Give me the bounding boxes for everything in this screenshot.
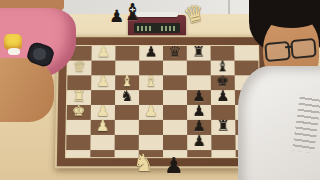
board-square — [211, 46, 235, 61]
white-pawn-piece: ♟ — [96, 74, 110, 89]
left-player-arm — [0, 58, 54, 122]
board-inner-line: ♟♟♛♜♛♝♟♝♝♚♜♞♟♟♚♟♟♟♟♟♜♟ — [65, 45, 261, 158]
black-pawn-piece: ♟ — [192, 89, 206, 104]
board-square: ♜ — [67, 90, 91, 105]
board-square — [163, 61, 187, 76]
board-square — [66, 150, 90, 157]
shirt-logo-text — [8, 48, 20, 55]
captured-black-bishop: ♝ — [122, 1, 143, 24]
black-bishop-piece: ♝ — [216, 60, 230, 75]
board-square — [163, 75, 187, 90]
black-rook-piece: ♜ — [192, 45, 205, 60]
board-square — [163, 105, 187, 120]
black-pawn-piece: ♟ — [192, 104, 206, 119]
board-square: ♟ — [187, 120, 211, 135]
white-rook-piece: ♜ — [72, 89, 86, 104]
white-queen-piece: ♛ — [73, 60, 87, 75]
board-square: ♟ — [187, 105, 211, 120]
board-square — [115, 135, 139, 150]
board-square: ♟ — [139, 105, 163, 120]
black-pawn-piece: ♟ — [216, 89, 230, 104]
board-square: ♟ — [91, 120, 115, 135]
white-pawn-piece: ♟ — [97, 45, 110, 60]
board-square: ♝ — [115, 75, 139, 90]
board-square — [67, 75, 91, 90]
captured-white-knight: ♞ — [133, 151, 155, 175]
board-square — [211, 105, 235, 120]
board-square — [90, 150, 114, 157]
board-square: ♟ — [91, 75, 115, 90]
board-square — [139, 61, 163, 76]
board-square: ♟ — [91, 105, 115, 120]
white-king-piece: ♚ — [72, 104, 86, 119]
board-square: ♟ — [187, 135, 211, 150]
board-square — [66, 120, 90, 135]
board-square: ♞ — [115, 90, 139, 105]
black-pawn-piece: ♟ — [144, 45, 157, 60]
board-square: ♝ — [211, 61, 235, 76]
black-queen-piece: ♛ — [168, 45, 181, 60]
glasses-left-lens — [264, 41, 291, 62]
black-rook-piece: ♜ — [216, 119, 230, 134]
white-pawn-piece: ♟ — [144, 104, 158, 119]
board-square: ♟ — [139, 46, 163, 61]
white-pawn-piece: ♟ — [96, 119, 110, 134]
board-square — [66, 135, 90, 150]
board-grid: ♟♟♛♜♛♝♟♝♝♚♜♞♟♟♚♟♟♟♟♟♜♟ — [66, 46, 260, 157]
board-square: ♝ — [139, 75, 163, 90]
board-square — [163, 120, 187, 135]
white-pawn-piece: ♟ — [96, 104, 110, 119]
board-square — [187, 75, 211, 90]
board-square: ♛ — [67, 61, 91, 76]
board-square — [115, 61, 139, 76]
board-square: ♟ — [211, 90, 235, 105]
board-square — [187, 150, 211, 157]
board-square — [139, 120, 163, 135]
board-square — [211, 150, 235, 157]
white-bishop-piece: ♝ — [144, 74, 157, 89]
board-square: ♚ — [67, 105, 91, 120]
board-square: ♛ — [163, 46, 187, 61]
board-square — [234, 46, 258, 61]
black-pawn-piece: ♟ — [192, 119, 206, 134]
black-pawn-piece: ♟ — [192, 134, 206, 149]
board-square — [211, 135, 235, 150]
board-square — [91, 90, 115, 105]
board-square: ♟ — [187, 90, 211, 105]
wristwatch-face — [33, 48, 46, 60]
clock-left-time — [137, 26, 153, 31]
white-bishop-piece: ♝ — [120, 74, 134, 89]
board-square — [115, 120, 139, 135]
board-square: ♚ — [211, 75, 235, 90]
board-square: ♜ — [211, 120, 235, 135]
board-square — [115, 46, 139, 61]
board-square: ♟ — [92, 46, 116, 61]
captured-black-pawn-near: ♟ — [164, 155, 184, 177]
board-square — [139, 135, 163, 150]
board-square — [90, 135, 114, 150]
board-square — [115, 105, 139, 120]
black-king-piece: ♚ — [216, 74, 230, 89]
board-square — [187, 61, 211, 76]
board-square — [163, 90, 187, 105]
clock-right-time — [161, 26, 177, 31]
black-knight-piece: ♞ — [120, 89, 134, 104]
board-square: ♜ — [187, 46, 211, 61]
board-square — [91, 61, 115, 76]
board-square — [139, 90, 163, 105]
glasses-right-lens — [290, 38, 317, 59]
board-square — [163, 135, 187, 150]
